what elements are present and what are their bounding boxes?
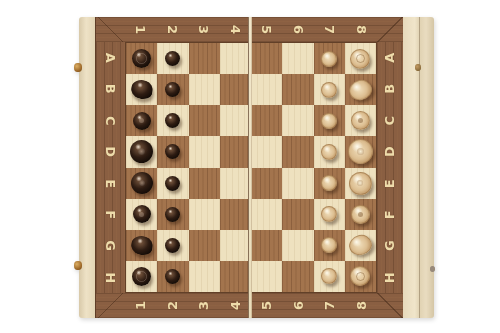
file-label-G: G xyxy=(95,231,126,260)
light-pawn-piece xyxy=(321,113,337,129)
dark-pawn-piece xyxy=(165,269,180,284)
rank-label-7: 7 xyxy=(317,14,342,46)
square-F4 xyxy=(220,199,251,230)
file-label-H: H xyxy=(95,263,126,292)
square-H2 xyxy=(157,261,188,292)
square-A2 xyxy=(157,43,188,74)
square-E8 xyxy=(345,168,376,199)
square-G7 xyxy=(314,230,345,261)
square-C1 xyxy=(126,105,157,136)
rank-label-1: 1 xyxy=(128,290,153,322)
square-A4 xyxy=(220,43,251,74)
square-A1 xyxy=(126,43,157,74)
square-C6 xyxy=(282,105,313,136)
light-rook-piece xyxy=(350,266,370,286)
dark-pawn-piece xyxy=(165,176,180,191)
light-rook-piece xyxy=(350,49,370,69)
square-F6 xyxy=(282,199,313,230)
light-knight-piece xyxy=(347,233,375,259)
light-pawn-piece xyxy=(321,206,337,222)
light-pawn-piece xyxy=(321,268,337,284)
square-F2 xyxy=(157,199,188,230)
file-label-D: D xyxy=(95,137,126,166)
square-D7 xyxy=(314,136,345,167)
square-G1 xyxy=(126,230,157,261)
brass-latch-pin-icon xyxy=(74,63,82,72)
square-D2 xyxy=(157,136,188,167)
rank-label-2: 2 xyxy=(160,290,185,322)
rank-label-4: 4 xyxy=(223,290,248,322)
dark-pawn-piece xyxy=(165,207,180,222)
file-label-C: C xyxy=(95,106,126,135)
square-E1 xyxy=(126,168,157,199)
light-pawn-piece xyxy=(321,51,337,67)
square-G2 xyxy=(157,230,188,261)
square-G5 xyxy=(251,230,282,261)
file-label-C: C xyxy=(374,107,405,133)
light-bishop-piece xyxy=(351,205,370,224)
square-D8 xyxy=(345,136,376,167)
dark-pawn-piece xyxy=(165,51,180,66)
square-A5 xyxy=(251,43,282,74)
dark-rook-piece xyxy=(132,267,151,286)
square-B4 xyxy=(220,74,251,105)
dark-knight-piece xyxy=(128,233,154,257)
square-H7 xyxy=(314,261,345,292)
file-label-E: E xyxy=(95,169,126,198)
folding-chess-board: 12345678 12345678 ABCDEFGH ABCDEFGH xyxy=(79,17,434,318)
square-C5 xyxy=(251,105,282,136)
rank-label-1: 1 xyxy=(128,14,153,46)
light-king-piece xyxy=(349,172,372,195)
file-label-F: F xyxy=(95,200,126,229)
edge-seam-line xyxy=(419,17,420,318)
square-C3 xyxy=(189,105,220,136)
square-B5 xyxy=(251,74,282,105)
rank-label-6: 6 xyxy=(286,14,311,46)
rank-label-8: 8 xyxy=(349,290,374,322)
square-H1 xyxy=(126,261,157,292)
brass-latch-pin-icon xyxy=(74,261,82,270)
chessboard: 12345678 12345678 ABCDEFGH ABCDEFGH xyxy=(95,17,402,318)
square-G6 xyxy=(282,230,313,261)
square-H8 xyxy=(345,261,376,292)
square-A3 xyxy=(189,43,220,74)
fold-seam xyxy=(248,17,252,318)
square-E7 xyxy=(314,168,345,199)
square-C4 xyxy=(220,105,251,136)
square-A7 xyxy=(314,43,345,74)
square-B6 xyxy=(282,74,313,105)
rank-label-3: 3 xyxy=(191,290,216,322)
square-C8 xyxy=(345,105,376,136)
chess-set-photo: 12345678 12345678 ABCDEFGH ABCDEFGH xyxy=(0,0,500,333)
board-left-birch-edge xyxy=(79,17,95,318)
square-F1 xyxy=(126,199,157,230)
square-E3 xyxy=(189,168,220,199)
dark-pawn-piece xyxy=(165,82,180,97)
light-pawn-piece xyxy=(321,175,337,191)
file-label-F: F xyxy=(374,202,405,228)
dark-rook-piece xyxy=(132,49,151,68)
square-H5 xyxy=(251,261,282,292)
square-H6 xyxy=(282,261,313,292)
rank-label-6: 6 xyxy=(286,290,311,322)
square-F8 xyxy=(345,199,376,230)
latch-pin-icon xyxy=(430,266,435,272)
square-D1 xyxy=(126,136,157,167)
file-labels-left: ABCDEFGH xyxy=(96,42,125,293)
square-D3 xyxy=(189,136,220,167)
dark-pawn-piece xyxy=(165,238,180,253)
dark-pawn-piece xyxy=(165,113,180,128)
square-A8 xyxy=(345,43,376,74)
square-H3 xyxy=(189,261,220,292)
light-pawn-piece xyxy=(321,237,337,253)
rank-label-7: 7 xyxy=(317,290,342,322)
dark-bishop-piece xyxy=(133,112,151,130)
square-E6 xyxy=(282,168,313,199)
file-label-A: A xyxy=(374,45,405,71)
square-D4 xyxy=(220,136,251,167)
square-D6 xyxy=(282,136,313,167)
square-B2 xyxy=(157,74,188,105)
light-knight-piece xyxy=(347,77,375,103)
square-G4 xyxy=(220,230,251,261)
square-C7 xyxy=(314,105,345,136)
file-label-E: E xyxy=(374,170,405,196)
board-right-birch-edge xyxy=(402,17,434,318)
square-B7 xyxy=(314,74,345,105)
file-label-G: G xyxy=(374,233,405,259)
file-label-B: B xyxy=(374,76,405,102)
dark-king-piece xyxy=(131,172,153,194)
dark-knight-piece xyxy=(128,78,154,102)
file-label-D: D xyxy=(374,139,405,165)
square-G3 xyxy=(189,230,220,261)
square-D5 xyxy=(251,136,282,167)
rank-label-3: 3 xyxy=(191,14,216,46)
square-H4 xyxy=(220,261,251,292)
square-E2 xyxy=(157,168,188,199)
square-F5 xyxy=(251,199,282,230)
dark-queen-piece xyxy=(130,140,153,163)
light-pawn-piece xyxy=(321,82,337,98)
rank-label-5: 5 xyxy=(254,290,279,322)
file-label-H: H xyxy=(374,264,405,290)
light-pawn-piece xyxy=(321,144,337,160)
square-E4 xyxy=(220,168,251,199)
square-C2 xyxy=(157,105,188,136)
dark-pawn-piece xyxy=(165,144,180,159)
square-E5 xyxy=(251,168,282,199)
dark-bishop-piece xyxy=(133,205,151,223)
square-B8 xyxy=(345,74,376,105)
square-B3 xyxy=(189,74,220,105)
square-F3 xyxy=(189,199,220,230)
file-label-A: A xyxy=(95,43,126,72)
square-B1 xyxy=(126,74,157,105)
file-label-B: B xyxy=(95,75,126,104)
rank-label-2: 2 xyxy=(160,14,185,46)
square-G8 xyxy=(345,230,376,261)
light-bishop-piece xyxy=(351,111,370,130)
rank-label-4: 4 xyxy=(223,14,248,46)
square-A6 xyxy=(282,43,313,74)
brass-latch-pin-icon xyxy=(415,64,421,71)
rank-label-5: 5 xyxy=(254,14,279,46)
file-labels-right: ABCDEFGH xyxy=(377,42,403,293)
rank-label-8: 8 xyxy=(349,14,374,46)
light-queen-piece xyxy=(348,139,373,164)
square-F7 xyxy=(314,199,345,230)
